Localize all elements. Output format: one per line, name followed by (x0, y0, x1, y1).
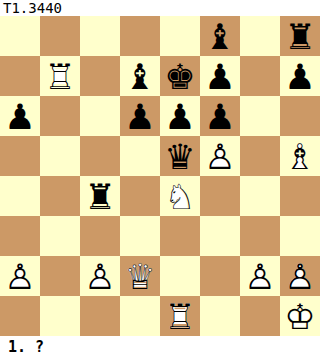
square-c2[interactable]: ♟♙ (80, 256, 120, 296)
square-h2[interactable]: ♟♙ (280, 256, 320, 296)
square-f3[interactable] (200, 216, 240, 256)
square-a1[interactable] (0, 296, 40, 336)
square-a6[interactable]: ♟ (0, 96, 40, 136)
square-e2[interactable] (160, 256, 200, 296)
square-f4[interactable] (200, 176, 240, 216)
square-e4[interactable]: ♞♘ (160, 176, 200, 216)
white-pawn-piece: ♟♙ (240, 256, 280, 296)
square-b8[interactable] (40, 16, 80, 56)
square-b4[interactable] (40, 176, 80, 216)
black-rook-piece: ♜ (80, 176, 120, 216)
square-h5[interactable]: ♝♗ (280, 136, 320, 176)
square-b1[interactable] (40, 296, 80, 336)
square-a2[interactable]: ♟♙ (0, 256, 40, 296)
white-rook-piece: ♜♖ (40, 56, 80, 96)
black-pawn-piece: ♟ (200, 56, 240, 96)
square-g8[interactable] (240, 16, 280, 56)
square-e8[interactable] (160, 16, 200, 56)
square-c1[interactable] (80, 296, 120, 336)
black-pawn-piece: ♟ (200, 96, 240, 136)
square-a7[interactable] (0, 56, 40, 96)
black-bishop-piece: ♝ (120, 56, 160, 96)
square-g3[interactable] (240, 216, 280, 256)
square-b7[interactable]: ♜♖ (40, 56, 80, 96)
square-b3[interactable] (40, 216, 80, 256)
square-c4[interactable]: ♜ (80, 176, 120, 216)
square-e1[interactable]: ♜♖ (160, 296, 200, 336)
square-h1[interactable]: ♚♔ (280, 296, 320, 336)
square-c5[interactable] (80, 136, 120, 176)
square-h8[interactable]: ♜ (280, 16, 320, 56)
square-f1[interactable] (200, 296, 240, 336)
square-d2[interactable]: ♛♕ (120, 256, 160, 296)
black-bishop-piece: ♝ (200, 16, 240, 56)
square-g2[interactable]: ♟♙ (240, 256, 280, 296)
square-a5[interactable] (0, 136, 40, 176)
white-king-piece: ♚♔ (280, 296, 320, 336)
black-pawn-piece: ♟ (280, 56, 320, 96)
square-d7[interactable]: ♝ (120, 56, 160, 96)
black-pawn-piece: ♟ (120, 96, 160, 136)
chess-puzzle-window: T1.3440 ♝♜♜♖♝♚♟♟♟♟♟♟♛♟♙♝♗♜♞♘♟♙♟♙♛♕♟♙♟♙♜♖… (0, 0, 320, 360)
square-f2[interactable] (200, 256, 240, 296)
square-e3[interactable] (160, 216, 200, 256)
square-d8[interactable] (120, 16, 160, 56)
square-b6[interactable] (40, 96, 80, 136)
black-rook-piece: ♜ (280, 16, 320, 56)
black-pawn-piece: ♟ (160, 96, 200, 136)
puzzle-id-label: T1.3440 (0, 0, 320, 16)
square-g5[interactable] (240, 136, 280, 176)
square-c3[interactable] (80, 216, 120, 256)
black-king-piece: ♚ (160, 56, 200, 96)
square-b5[interactable] (40, 136, 80, 176)
move-prompt-label: 1. ? (0, 336, 320, 360)
square-c6[interactable] (80, 96, 120, 136)
square-h3[interactable] (280, 216, 320, 256)
square-h7[interactable]: ♟ (280, 56, 320, 96)
square-g6[interactable] (240, 96, 280, 136)
square-e7[interactable]: ♚ (160, 56, 200, 96)
white-queen-piece: ♛♕ (120, 256, 160, 296)
white-pawn-piece: ♟♙ (200, 136, 240, 176)
black-queen-piece: ♛ (160, 136, 200, 176)
square-d1[interactable] (120, 296, 160, 336)
square-g1[interactable] (240, 296, 280, 336)
square-d3[interactable] (120, 216, 160, 256)
square-a3[interactable] (0, 216, 40, 256)
white-pawn-piece: ♟♙ (280, 256, 320, 296)
square-e6[interactable]: ♟ (160, 96, 200, 136)
square-c7[interactable] (80, 56, 120, 96)
square-d6[interactable]: ♟ (120, 96, 160, 136)
square-b2[interactable] (40, 256, 80, 296)
white-pawn-piece: ♟♙ (0, 256, 40, 296)
white-pawn-piece: ♟♙ (80, 256, 120, 296)
square-f7[interactable]: ♟ (200, 56, 240, 96)
square-d4[interactable] (120, 176, 160, 216)
square-h4[interactable] (280, 176, 320, 216)
white-bishop-piece: ♝♗ (280, 136, 320, 176)
square-f6[interactable]: ♟ (200, 96, 240, 136)
white-knight-piece: ♞♘ (160, 176, 200, 216)
square-a8[interactable] (0, 16, 40, 56)
white-rook-piece: ♜♖ (160, 296, 200, 336)
square-d5[interactable] (120, 136, 160, 176)
black-pawn-piece: ♟ (0, 96, 40, 136)
square-c8[interactable] (80, 16, 120, 56)
square-f5[interactable]: ♟♙ (200, 136, 240, 176)
square-g7[interactable] (240, 56, 280, 96)
square-a4[interactable] (0, 176, 40, 216)
square-f8[interactable]: ♝ (200, 16, 240, 56)
square-g4[interactable] (240, 176, 280, 216)
square-e5[interactable]: ♛ (160, 136, 200, 176)
chess-board: ♝♜♜♖♝♚♟♟♟♟♟♟♛♟♙♝♗♜♞♘♟♙♟♙♛♕♟♙♟♙♜♖♚♔ (0, 16, 320, 336)
square-h6[interactable] (280, 96, 320, 136)
